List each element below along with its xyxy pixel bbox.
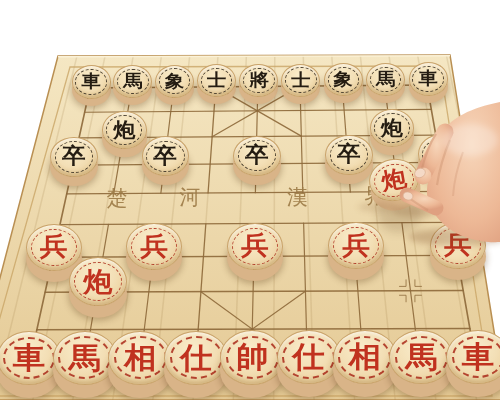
piece-character: 車 <box>462 342 494 372</box>
piece-black-cannon[interactable]: 炮 <box>370 109 415 147</box>
piece-black-soldier[interactable]: 卒 <box>142 136 189 176</box>
piece-red-advisor[interactable]: 仕 <box>164 331 228 385</box>
piece-character: 卒 <box>154 146 178 168</box>
piece-black-advisor[interactable]: 士 <box>281 64 320 97</box>
piece-character: 炮 <box>83 268 112 295</box>
piece-black-elephant[interactable]: 象 <box>324 63 363 96</box>
piece-character: 卒 <box>62 146 86 168</box>
piece-character: 兵 <box>40 234 68 260</box>
piece-red-soldier[interactable]: 兵 <box>430 222 486 269</box>
pieces-layer: 車馬象士將士象馬車炮炮卒卒卒卒卒兵兵兵兵兵炮車馬相仕帥仕相馬車炮 <box>0 0 500 400</box>
piece-red-soldier[interactable]: 兵 <box>328 222 384 269</box>
piece-character: 將 <box>249 72 268 90</box>
piece-character: 馬 <box>123 73 142 91</box>
piece-character: 帥 <box>236 343 268 373</box>
piece-black-soldier[interactable]: 卒 <box>325 135 372 175</box>
piece-red-horse[interactable]: 馬 <box>389 330 453 384</box>
piece-black-horse[interactable]: 馬 <box>113 65 152 98</box>
piece-character: 馬 <box>405 342 437 372</box>
piece-character: 馬 <box>376 71 395 89</box>
piece-red-chariot[interactable]: 車 <box>0 331 61 385</box>
piece-character: 車 <box>13 343 45 373</box>
piece-red-horse[interactable]: 馬 <box>53 331 117 385</box>
piece-character: 象 <box>334 71 353 89</box>
piece-black-chariot[interactable]: 車 <box>409 62 448 95</box>
piece-red-general[interactable]: 帥 <box>220 330 284 384</box>
piece-red-advisor[interactable]: 仕 <box>277 330 341 384</box>
piece-character: 炮 <box>381 118 403 138</box>
piece-character: 兵 <box>444 232 472 258</box>
piece-character: 卒 <box>245 145 269 167</box>
piece-red-soldier[interactable]: 兵 <box>227 223 283 270</box>
piece-red-chariot[interactable]: 車 <box>446 330 500 384</box>
piece-character: 車 <box>81 73 100 91</box>
piece-black-horse[interactable]: 馬 <box>366 63 405 96</box>
piece-character: 仕 <box>292 343 324 373</box>
piece-red-elephant[interactable]: 相 <box>108 331 172 385</box>
piece-red-soldier[interactable]: 兵 <box>126 223 182 270</box>
piece-red-soldier[interactable]: 兵 <box>26 224 82 271</box>
piece-character: 象 <box>165 72 184 90</box>
piece-black-soldier[interactable]: 卒 <box>418 134 465 174</box>
piece-character: 兵 <box>342 233 370 259</box>
piece-character: 車 <box>418 70 437 88</box>
piece-character: 炮 <box>380 167 409 194</box>
piece-red-elephant[interactable]: 相 <box>333 330 397 384</box>
piece-black-elephant[interactable]: 象 <box>155 65 194 98</box>
piece-character: 卒 <box>430 144 454 166</box>
held-piece-red-cannon[interactable]: 炮 <box>366 155 423 205</box>
piece-character: 仕 <box>180 343 212 373</box>
piece-black-advisor[interactable]: 士 <box>197 64 236 97</box>
piece-character: 相 <box>349 342 381 372</box>
piece-character: 兵 <box>140 234 168 260</box>
piece-character: 兵 <box>241 233 269 259</box>
piece-black-cannon[interactable]: 炮 <box>102 111 147 149</box>
piece-character: 炮 <box>113 120 135 140</box>
piece-red-cannon[interactable]: 炮 <box>69 257 127 306</box>
piece-black-general[interactable]: 將 <box>239 64 278 97</box>
piece-character: 士 <box>207 72 226 90</box>
piece-black-soldier[interactable]: 卒 <box>50 137 97 177</box>
piece-black-soldier[interactable]: 卒 <box>233 136 280 176</box>
piece-character: 馬 <box>68 343 100 373</box>
piece-character: 卒 <box>337 144 361 166</box>
piece-character: 相 <box>124 343 156 373</box>
piece-character: 士 <box>291 71 310 89</box>
xiangqi-photo-scene: 楚河漢界 車馬象士將士象馬車炮炮卒卒卒卒卒兵兵兵兵兵炮車馬相仕帥仕相馬車炮 <box>0 0 500 400</box>
piece-black-chariot[interactable]: 車 <box>72 65 111 98</box>
